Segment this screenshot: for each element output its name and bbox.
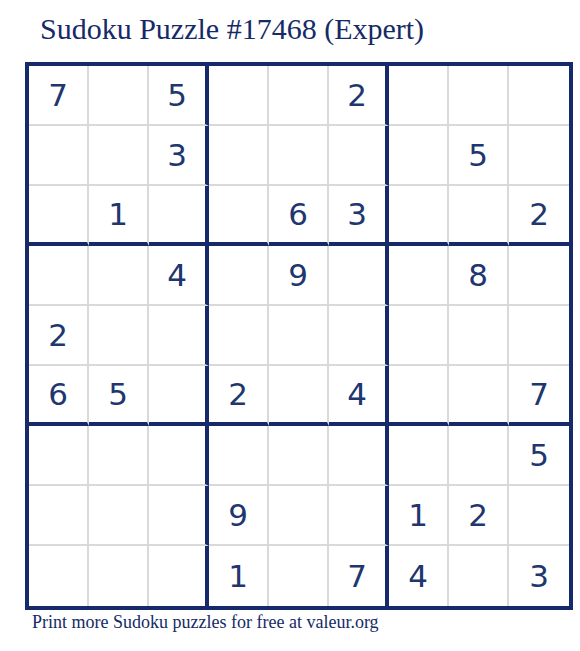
cell-r7c9[interactable]: 5 xyxy=(509,426,569,486)
cell-r8c4[interactable]: 9 xyxy=(209,486,269,546)
cell-r1c5[interactable] xyxy=(269,66,329,126)
cell-r5c9[interactable] xyxy=(509,306,569,366)
cell-r5c8[interactable] xyxy=(449,306,509,366)
cell-r1c8[interactable] xyxy=(449,66,509,126)
cell-r6c6[interactable]: 4 xyxy=(329,366,389,426)
cell-r4c6[interactable] xyxy=(329,246,389,306)
cell-r9c2[interactable] xyxy=(89,546,149,606)
cell-r5c2[interactable] xyxy=(89,306,149,366)
cell-r6c3[interactable] xyxy=(149,366,209,426)
cell-r5c1[interactable]: 2 xyxy=(29,306,89,366)
cell-r1c9[interactable] xyxy=(509,66,569,126)
footer-text: Print more Sudoku puzzles for free at va… xyxy=(32,612,379,633)
cell-r6c2[interactable]: 5 xyxy=(89,366,149,426)
cell-r2c2[interactable] xyxy=(89,126,149,186)
cell-r7c5[interactable] xyxy=(269,426,329,486)
cell-r4c8[interactable]: 8 xyxy=(449,246,509,306)
cell-r1c3[interactable]: 5 xyxy=(149,66,209,126)
cell-r5c5[interactable] xyxy=(269,306,329,366)
cell-r2c3[interactable]: 3 xyxy=(149,126,209,186)
cell-r3c6[interactable]: 3 xyxy=(329,186,389,246)
cell-r7c8[interactable] xyxy=(449,426,509,486)
cell-r8c7[interactable]: 1 xyxy=(389,486,449,546)
cell-r4c4[interactable] xyxy=(209,246,269,306)
cell-r6c7[interactable] xyxy=(389,366,449,426)
cell-r3c9[interactable]: 2 xyxy=(509,186,569,246)
cell-r4c5[interactable]: 9 xyxy=(269,246,329,306)
cell-r2c4[interactable] xyxy=(209,126,269,186)
cell-r8c9[interactable] xyxy=(509,486,569,546)
cell-r9c8[interactable] xyxy=(449,546,509,606)
cell-r3c2[interactable]: 1 xyxy=(89,186,149,246)
cell-r6c5[interactable] xyxy=(269,366,329,426)
cell-r7c7[interactable] xyxy=(389,426,449,486)
cell-r3c8[interactable] xyxy=(449,186,509,246)
cell-r9c3[interactable] xyxy=(149,546,209,606)
cell-r5c6[interactable] xyxy=(329,306,389,366)
cell-r8c3[interactable] xyxy=(149,486,209,546)
cell-r8c8[interactable]: 2 xyxy=(449,486,509,546)
cell-r4c1[interactable] xyxy=(29,246,89,306)
cell-r9c7[interactable]: 4 xyxy=(389,546,449,606)
cell-r9c4[interactable]: 1 xyxy=(209,546,269,606)
cell-r7c4[interactable] xyxy=(209,426,269,486)
cell-r2c9[interactable] xyxy=(509,126,569,186)
cell-r1c4[interactable] xyxy=(209,66,269,126)
cell-r3c7[interactable] xyxy=(389,186,449,246)
cell-r5c3[interactable] xyxy=(149,306,209,366)
cell-r1c6[interactable]: 2 xyxy=(329,66,389,126)
cell-r8c2[interactable] xyxy=(89,486,149,546)
cell-r2c8[interactable]: 5 xyxy=(449,126,509,186)
cell-r8c6[interactable] xyxy=(329,486,389,546)
cell-r9c1[interactable] xyxy=(29,546,89,606)
cell-r3c5[interactable]: 6 xyxy=(269,186,329,246)
sudoku-board: 75235163249826524759121743 xyxy=(25,62,573,610)
cell-r1c7[interactable] xyxy=(389,66,449,126)
cell-r5c7[interactable] xyxy=(389,306,449,366)
cell-r2c5[interactable] xyxy=(269,126,329,186)
cell-r9c6[interactable]: 7 xyxy=(329,546,389,606)
cell-r2c6[interactable] xyxy=(329,126,389,186)
cell-r4c7[interactable] xyxy=(389,246,449,306)
cell-r1c1[interactable]: 7 xyxy=(29,66,89,126)
cell-r8c1[interactable] xyxy=(29,486,89,546)
cell-r3c4[interactable] xyxy=(209,186,269,246)
cell-r7c3[interactable] xyxy=(149,426,209,486)
cell-r7c6[interactable] xyxy=(329,426,389,486)
cell-r4c3[interactable]: 4 xyxy=(149,246,209,306)
cell-r5c4[interactable] xyxy=(209,306,269,366)
cell-r2c7[interactable] xyxy=(389,126,449,186)
cell-r6c4[interactable]: 2 xyxy=(209,366,269,426)
cell-r6c1[interactable]: 6 xyxy=(29,366,89,426)
cell-r4c2[interactable] xyxy=(89,246,149,306)
cell-r4c9[interactable] xyxy=(509,246,569,306)
page-title: Sudoku Puzzle #17468 (Expert) xyxy=(40,12,424,45)
cell-r1c2[interactable] xyxy=(89,66,149,126)
cell-r9c9[interactable]: 3 xyxy=(509,546,569,606)
cell-r3c1[interactable] xyxy=(29,186,89,246)
cell-r7c1[interactable] xyxy=(29,426,89,486)
cell-r7c2[interactable] xyxy=(89,426,149,486)
cell-r8c5[interactable] xyxy=(269,486,329,546)
cell-r2c1[interactable] xyxy=(29,126,89,186)
cell-r9c5[interactable] xyxy=(269,546,329,606)
cell-r6c8[interactable] xyxy=(449,366,509,426)
cell-r6c9[interactable]: 7 xyxy=(509,366,569,426)
cell-r3c3[interactable] xyxy=(149,186,209,246)
